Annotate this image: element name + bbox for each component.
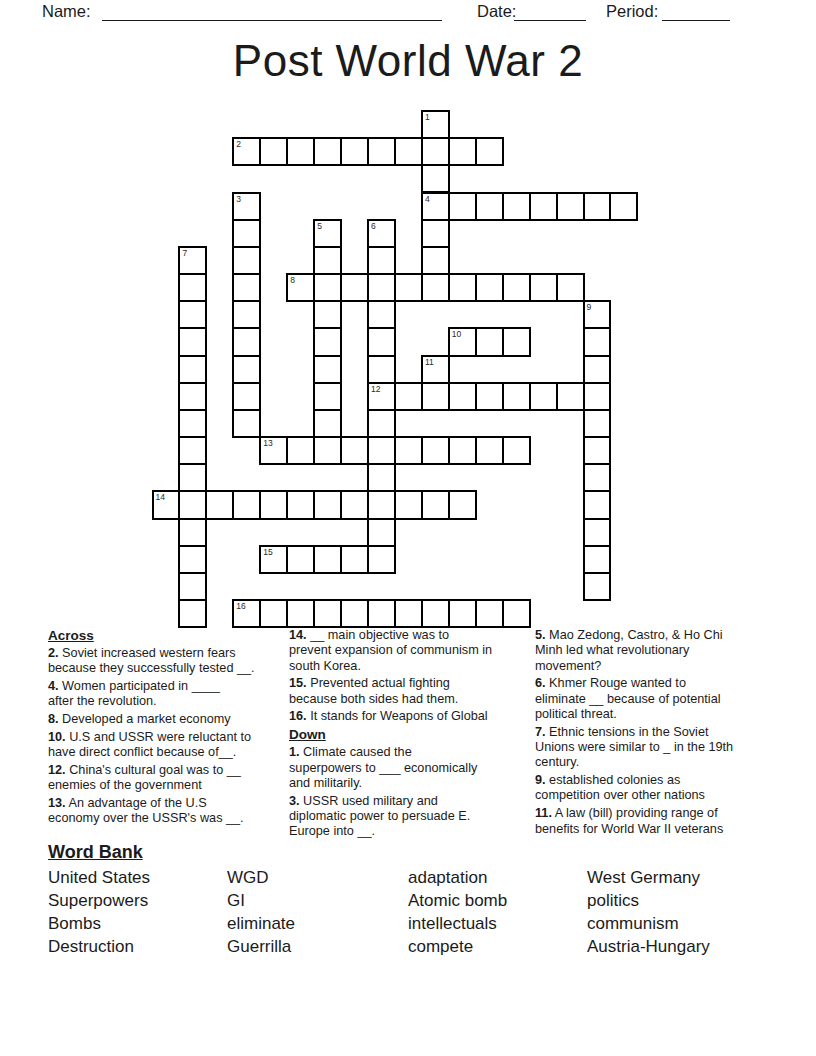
grid-cell-r1c11[interactable] — [448, 137, 477, 166]
clue-down-5: 5. Mao Zedong, Castro, & Ho Chi Minh led… — [535, 628, 772, 674]
grid-cell-r6c12[interactable] — [475, 273, 504, 302]
grid-cell-r4c8[interactable]: 6 — [367, 219, 396, 248]
word-bank-item: West Germany — [587, 866, 710, 889]
cell-number-9: 9 — [587, 302, 592, 312]
grid-cell-r7c6[interactable] — [313, 300, 342, 329]
grid-cell-r11c6[interactable] — [313, 409, 342, 438]
cell-number-12: 12 — [371, 384, 380, 394]
grid-cell-r16c4[interactable]: 15 — [259, 545, 288, 574]
grid-cell-r9c3[interactable] — [232, 355, 261, 384]
grid-cell-r6c9[interactable] — [394, 273, 423, 302]
grid-cell-r14c10[interactable] — [421, 490, 450, 519]
clue-across-8: 8. Developed a market economy — [48, 712, 285, 727]
grid-cell-r14c9[interactable] — [394, 490, 423, 519]
grid-cell-r3c15[interactable] — [556, 192, 585, 221]
cell-number-6: 6 — [371, 221, 376, 231]
grid-cell-r6c7[interactable] — [340, 273, 369, 302]
grid-cell-r12c6[interactable] — [313, 436, 342, 465]
word-bank-item: politics — [587, 889, 710, 912]
grid-cell-r3c14[interactable] — [529, 192, 558, 221]
cell-number-4: 4 — [425, 194, 430, 204]
grid-cell-r5c3[interactable] — [232, 246, 261, 275]
grid-cell-r1c4[interactable] — [259, 137, 288, 166]
grid-cell-r18c8[interactable] — [367, 599, 396, 628]
grid-cell-r1c12[interactable] — [475, 137, 504, 166]
grid-cell-r14c7[interactable] — [340, 490, 369, 519]
word-bank-item: eliminate — [227, 912, 295, 935]
grid-cell-r6c3[interactable] — [232, 273, 261, 302]
word-bank-item: Destruction — [48, 935, 150, 958]
clue-down-1: 1. Climate caused the superpowers to ___… — [289, 745, 526, 791]
grid-cell-r4c3[interactable] — [232, 219, 261, 248]
grid-cell-r18c1[interactable] — [178, 599, 207, 628]
grid-cell-r8c8[interactable] — [367, 327, 396, 356]
grid-cell-r16c1[interactable] — [178, 545, 207, 574]
grid-cell-r1c3[interactable]: 2 — [232, 137, 261, 166]
grid-cell-r11c1[interactable] — [178, 409, 207, 438]
grid-cell-r1c5[interactable] — [286, 137, 315, 166]
grid-cell-r3c16[interactable] — [583, 192, 612, 221]
grid-cell-r6c8[interactable] — [367, 273, 396, 302]
grid-cell-r14c8[interactable] — [367, 490, 396, 519]
cell-number-3: 3 — [236, 194, 241, 204]
grid-cell-r10c12[interactable] — [475, 382, 504, 411]
clue-across-14: 14. __ main objective was to prevent exp… — [289, 628, 526, 674]
grid-cell-r12c4[interactable]: 13 — [259, 436, 288, 465]
grid-cell-r16c8[interactable] — [367, 545, 396, 574]
grid-cell-r13c1[interactable] — [178, 463, 207, 492]
grid-cell-r14c1[interactable] — [178, 490, 207, 519]
grid-cell-r5c10[interactable] — [421, 246, 450, 275]
grid-cell-r14c0[interactable]: 14 — [152, 490, 181, 519]
cell-number-14: 14 — [156, 492, 165, 502]
grid-cell-r18c3[interactable]: 16 — [232, 599, 261, 628]
grid-cell-r18c5[interactable] — [286, 599, 315, 628]
clue-down-3: 3. USSR used military and diplomatic pow… — [289, 794, 526, 840]
grid-cell-r7c1[interactable] — [178, 300, 207, 329]
clue-across-10: 10. U.S and USSR were reluctant to have … — [48, 730, 285, 761]
grid-cell-r14c11[interactable] — [448, 490, 477, 519]
grid-cell-r9c1[interactable] — [178, 355, 207, 384]
cell-number-7: 7 — [182, 248, 187, 258]
grid-cell-r5c6[interactable] — [313, 246, 342, 275]
grid-cell-r6c5[interactable]: 8 — [286, 273, 315, 302]
grid-cell-r4c6[interactable]: 5 — [313, 219, 342, 248]
grid-cell-r11c8[interactable] — [367, 409, 396, 438]
grid-cell-r14c16[interactable] — [583, 490, 612, 519]
grid-cell-r8c12[interactable] — [475, 327, 504, 356]
grid-cell-r0c10[interactable]: 1 — [421, 110, 450, 139]
grid-cell-r18c10[interactable] — [421, 599, 450, 628]
grid-cell-r14c2[interactable] — [205, 490, 234, 519]
word-bank-item: compete — [408, 935, 507, 958]
clue-across-2: 2. Soviet increased western fears becaus… — [48, 646, 285, 677]
word-bank-item: United States — [48, 866, 150, 889]
grid-cell-r10c6[interactable] — [313, 382, 342, 411]
grid-cell-r9c6[interactable] — [313, 355, 342, 384]
word-bank-item: Atomic bomb — [408, 889, 507, 912]
grid-cell-r10c11[interactable] — [448, 382, 477, 411]
grid-cell-r3c13[interactable] — [502, 192, 531, 221]
word-bank-column-4: West GermanypoliticscommunismAustria-Hun… — [587, 866, 710, 958]
word-bank-item: Austria-Hungary — [587, 935, 710, 958]
grid-cell-r14c4[interactable] — [259, 490, 288, 519]
grid-cell-r6c13[interactable] — [502, 273, 531, 302]
grid-cell-r3c11[interactable] — [448, 192, 477, 221]
grid-cell-r10c10[interactable] — [421, 382, 450, 411]
grid-cell-r8c13[interactable] — [502, 327, 531, 356]
word-bank-item: Bombs — [48, 912, 150, 935]
grid-cell-r15c1[interactable] — [178, 518, 207, 547]
grid-cell-r1c10[interactable] — [421, 137, 450, 166]
clue-column-2: 14. __ main objective was to prevent exp… — [289, 628, 526, 842]
grid-cell-r8c3[interactable] — [232, 327, 261, 356]
grid-cell-r6c11[interactable] — [448, 273, 477, 302]
clue-across-13: 13. An advantage of the U.S economy over… — [48, 796, 285, 827]
grid-cell-r11c3[interactable] — [232, 409, 261, 438]
word-bank-column-2: WGDGIeliminateGuerrilla — [227, 866, 295, 958]
grid-cell-r8c1[interactable] — [178, 327, 207, 356]
word-bank-item: Superpowers — [48, 889, 150, 912]
cell-number-5: 5 — [317, 221, 322, 231]
grid-cell-r4c10[interactable] — [421, 219, 450, 248]
cell-number-15: 15 — [263, 547, 272, 557]
grid-cell-r15c8[interactable] — [367, 518, 396, 547]
grid-cell-r1c6[interactable] — [313, 137, 342, 166]
cell-number-1: 1 — [425, 112, 430, 122]
grid-cell-r18c6[interactable] — [313, 599, 342, 628]
grid-cell-r6c6[interactable] — [313, 273, 342, 302]
grid-cell-r12c13[interactable] — [502, 436, 531, 465]
grid-cell-r1c9[interactable] — [394, 137, 423, 166]
clue-across-16: 16. It stands for Weapons of Global — [289, 709, 526, 724]
clue-column-1: Across2. Soviet increased western fears … — [48, 628, 285, 829]
grid-cell-r12c1[interactable] — [178, 436, 207, 465]
grid-cell-r10c13[interactable] — [502, 382, 531, 411]
grid-cell-r8c6[interactable] — [313, 327, 342, 356]
grid-cell-r9c10[interactable]: 11 — [421, 355, 450, 384]
grid-cell-r8c16[interactable] — [583, 327, 612, 356]
clue-across-12: 12. China's cultural goal was to __ enem… — [48, 763, 285, 794]
clue-down-6: 6. Khmer Rouge wanted to eliminate __ be… — [535, 676, 772, 722]
grid-cell-r14c3[interactable] — [232, 490, 261, 519]
grid-cell-r2c10[interactable] — [421, 164, 450, 193]
cell-number-11: 11 — [425, 357, 434, 367]
grid-cell-r18c13[interactable] — [502, 599, 531, 628]
grid-cell-r12c8[interactable] — [367, 436, 396, 465]
grid-cell-r11c16[interactable] — [583, 409, 612, 438]
grid-cell-r12c9[interactable] — [394, 436, 423, 465]
grid-cell-r15c16[interactable] — [583, 518, 612, 547]
cell-number-10: 10 — [452, 329, 461, 339]
crossword-grid: 12345678910111213141516 — [0, 0, 816, 640]
grid-cell-r18c7[interactable] — [340, 599, 369, 628]
worksheet-page: Name: Date: Period: Post World War 2 123… — [0, 0, 816, 1056]
grid-cell-r12c10[interactable] — [421, 436, 450, 465]
grid-cell-r16c7[interactable] — [340, 545, 369, 574]
grid-cell-r18c4[interactable] — [259, 599, 288, 628]
grid-cell-r7c8[interactable] — [367, 300, 396, 329]
clue-across-4: 4. Women participated in ____ after the … — [48, 679, 285, 710]
grid-cell-r12c16[interactable] — [583, 436, 612, 465]
grid-cell-r10c3[interactable] — [232, 382, 261, 411]
grid-cell-r18c9[interactable] — [394, 599, 423, 628]
grid-cell-r16c5[interactable] — [286, 545, 315, 574]
grid-cell-r6c14[interactable] — [529, 273, 558, 302]
grid-cell-r10c9[interactable] — [394, 382, 423, 411]
grid-cell-r3c17[interactable] — [609, 192, 638, 221]
grid-cell-r18c11[interactable] — [448, 599, 477, 628]
grid-cell-r17c1[interactable] — [178, 572, 207, 601]
word-bank-item: Guerrilla — [227, 935, 295, 958]
word-bank-item: WGD — [227, 866, 295, 889]
clue-across-15: 15. Prevented actual fighting because bo… — [289, 676, 526, 707]
grid-cell-r13c16[interactable] — [583, 463, 612, 492]
grid-cell-r9c16[interactable] — [583, 355, 612, 384]
clue-down-7: 7. Ethnic tensions in the Soviet Unions … — [535, 725, 772, 771]
grid-cell-r13c8[interactable] — [367, 463, 396, 492]
grid-cell-r12c11[interactable] — [448, 436, 477, 465]
grid-cell-r14c5[interactable] — [286, 490, 315, 519]
word-bank-column-1: United StatesSuperpowersBombsDestruction — [48, 866, 150, 958]
across-heading: Across — [48, 628, 285, 643]
grid-cell-r12c12[interactable] — [475, 436, 504, 465]
word-bank-heading: Word Bank — [48, 842, 143, 863]
grid-cell-r10c8[interactable]: 12 — [367, 382, 396, 411]
grid-cell-r7c3[interactable] — [232, 300, 261, 329]
clue-down-11: 11. A law (bill) providing range of bene… — [535, 806, 772, 837]
grid-cell-r9c8[interactable] — [367, 355, 396, 384]
grid-cell-r10c14[interactable] — [529, 382, 558, 411]
grid-cell-r6c10[interactable] — [421, 273, 450, 302]
clue-down-9: 9. established colonies as competition o… — [535, 773, 772, 804]
grid-cell-r1c8[interactable] — [367, 137, 396, 166]
grid-cell-r16c16[interactable] — [583, 545, 612, 574]
grid-cell-r5c8[interactable] — [367, 246, 396, 275]
grid-cell-r10c15[interactable] — [556, 382, 585, 411]
word-bank-item: adaptation — [408, 866, 507, 889]
grid-cell-r10c1[interactable] — [178, 382, 207, 411]
grid-cell-r16c6[interactable] — [313, 545, 342, 574]
clue-column-3: 5. Mao Zedong, Castro, & Ho Chi Minh led… — [535, 628, 772, 839]
cell-number-13: 13 — [263, 438, 272, 448]
word-bank-item: communism — [587, 912, 710, 935]
word-bank-column-3: adaptationAtomic bombintellectualscompet… — [408, 866, 507, 958]
grid-cell-r6c15[interactable] — [556, 273, 585, 302]
grid-cell-r14c6[interactable] — [313, 490, 342, 519]
grid-cell-r10c16[interactable] — [583, 382, 612, 411]
cell-number-2: 2 — [236, 139, 241, 149]
cell-number-16: 16 — [236, 601, 245, 611]
grid-cell-r18c12[interactable] — [475, 599, 504, 628]
cell-number-8: 8 — [290, 275, 295, 285]
grid-cell-r6c1[interactable] — [178, 273, 207, 302]
grid-cell-r7c16[interactable]: 9 — [583, 300, 612, 329]
grid-cell-r12c7[interactable] — [340, 436, 369, 465]
grid-cell-r5c1[interactable]: 7 — [178, 246, 207, 275]
grid-cell-r3c12[interactable] — [475, 192, 504, 221]
grid-cell-r17c16[interactable] — [583, 572, 612, 601]
word-bank-item: GI — [227, 889, 295, 912]
grid-cell-r8c11[interactable]: 10 — [448, 327, 477, 356]
grid-cell-r12c5[interactable] — [286, 436, 315, 465]
down-heading: Down — [289, 727, 526, 742]
grid-cell-r3c10[interactable]: 4 — [421, 192, 450, 221]
grid-cell-r1c7[interactable] — [340, 137, 369, 166]
grid-cell-r3c3[interactable]: 3 — [232, 192, 261, 221]
word-bank-item: intellectuals — [408, 912, 507, 935]
